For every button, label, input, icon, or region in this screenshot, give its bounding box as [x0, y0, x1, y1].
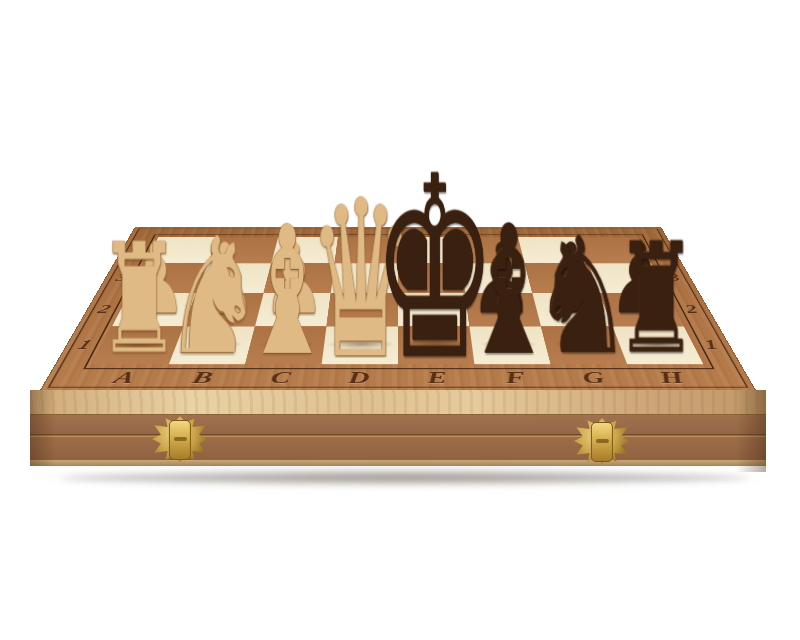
board-top: ABCDEFGH11223344♜♞♝♛♚♝♞♜♟♟♟♟♟♟	[40, 227, 756, 392]
drop-shadow-core	[60, 474, 750, 482]
left-side-shading	[30, 390, 56, 466]
right-side-shading	[736, 390, 766, 472]
box-front-face	[30, 390, 766, 474]
box-bottom-edge	[30, 460, 766, 466]
product-photo-scene: ABCDEFGH11223344♜♞♝♛♚♝♞♜♟♟♟♟♟♟	[0, 0, 800, 640]
brass-clasp-right	[574, 418, 630, 464]
clasp-hasp-icon	[169, 420, 191, 460]
brass-clasp-left	[152, 416, 208, 462]
lid-beech-rim	[30, 390, 766, 415]
lid-front-mahogany	[30, 415, 766, 434]
clasp-hasp-icon	[591, 422, 613, 462]
base-front-mahogany	[30, 438, 766, 460]
